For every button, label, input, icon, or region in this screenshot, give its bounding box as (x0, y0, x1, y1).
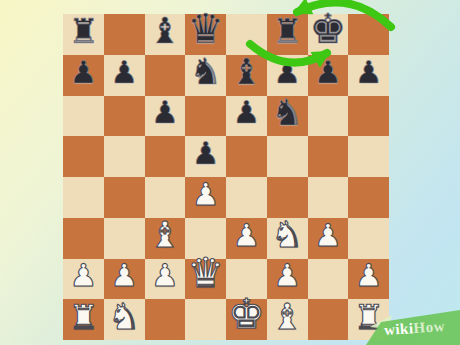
square-e1: ♚ (226, 299, 267, 340)
square-g8: ♚ (308, 14, 349, 55)
square-f8: ♜ (267, 14, 308, 55)
square-b3 (104, 218, 145, 259)
white-knight-f3: ♞ (271, 217, 303, 253)
black-bishop-c8: ♝ (149, 13, 181, 49)
square-h4 (348, 177, 389, 218)
square-a4 (63, 177, 104, 218)
square-d2: ♛ (185, 259, 226, 300)
square-c2: ♟ (145, 259, 186, 300)
square-b5 (104, 136, 145, 177)
square-c8: ♝ (145, 14, 186, 55)
square-a7: ♟ (63, 55, 104, 96)
black-pawn-e6: ♟ (232, 97, 260, 128)
square-h5 (348, 136, 389, 177)
white-bishop-f1: ♝ (271, 299, 303, 335)
square-d6 (185, 96, 226, 137)
square-c5 (145, 136, 186, 177)
square-f5 (267, 136, 308, 177)
white-pawn-f2: ♟ (273, 260, 301, 291)
white-pawn-e3: ♟ (232, 220, 260, 251)
black-rook-a8: ♜ (68, 14, 98, 48)
square-b7: ♟ (104, 55, 145, 96)
square-a5 (63, 136, 104, 177)
wikihow-chess-illustration: ♜♝♛♜♚♟♟♞♝♟♟♟♟♟♞♟♟♝♟♞♟♟♟♟♛♟♟♜♞♚♝♜ wikiHow (0, 0, 460, 345)
square-f6: ♞ (267, 96, 308, 137)
black-pawn-h7: ♟ (355, 57, 383, 88)
square-a8: ♜ (63, 14, 104, 55)
square-g6 (308, 96, 349, 137)
square-c1 (145, 299, 186, 340)
wikihow-logo-how: How (413, 318, 446, 336)
square-a6 (63, 96, 104, 137)
wikihow-watermark: wikiHow (340, 295, 460, 345)
square-d8: ♛ (185, 14, 226, 55)
square-b2: ♟ (104, 259, 145, 300)
square-c4 (145, 177, 186, 218)
square-h3 (348, 218, 389, 259)
black-pawn-c6: ♟ (151, 97, 179, 128)
square-b8 (104, 14, 145, 55)
square-f2: ♟ (267, 259, 308, 300)
black-pawn-b7: ♟ (110, 57, 138, 88)
square-e5 (226, 136, 267, 177)
square-f7: ♟ (267, 55, 308, 96)
black-queen-d8: ♛ (187, 9, 224, 50)
square-e3: ♟ (226, 218, 267, 259)
white-pawn-h2: ♟ (355, 260, 383, 291)
square-d1 (185, 299, 226, 340)
black-knight-f6: ♞ (271, 95, 303, 131)
white-queen-d2: ♛ (187, 253, 224, 294)
white-knight-b1: ♞ (108, 299, 140, 335)
square-e4 (226, 177, 267, 218)
square-f1: ♝ (267, 299, 308, 340)
black-pawn-g7: ♟ (314, 57, 342, 88)
square-d5: ♟ (185, 136, 226, 177)
square-h6 (348, 96, 389, 137)
square-e6: ♟ (226, 96, 267, 137)
square-h2: ♟ (348, 259, 389, 300)
white-pawn-d4: ♟ (192, 179, 220, 210)
square-c7 (145, 55, 186, 96)
white-pawn-a2: ♟ (69, 260, 97, 291)
chess-board: ♜♝♛♜♚♟♟♞♝♟♟♟♟♟♞♟♟♝♟♞♟♟♟♟♛♟♟♜♞♚♝♜ (63, 14, 389, 340)
square-b6 (104, 96, 145, 137)
square-g2 (308, 259, 349, 300)
square-c6: ♟ (145, 96, 186, 137)
black-king-g8: ♚ (309, 9, 346, 50)
square-f4 (267, 177, 308, 218)
square-e2 (226, 259, 267, 300)
square-d4: ♟ (185, 177, 226, 218)
white-pawn-b2: ♟ (110, 260, 138, 291)
square-g5 (308, 136, 349, 177)
black-pawn-f7: ♟ (273, 57, 301, 88)
square-a1: ♜ (63, 299, 104, 340)
white-pawn-c2: ♟ (151, 260, 179, 291)
square-e8 (226, 14, 267, 55)
white-rook-a1: ♜ (68, 300, 98, 334)
white-pawn-g3: ♟ (314, 220, 342, 251)
square-d3 (185, 218, 226, 259)
wikihow-logo-wiki: wiki (383, 320, 414, 338)
black-rook-f8: ♜ (272, 14, 302, 48)
square-e7: ♝ (226, 55, 267, 96)
square-f3: ♞ (267, 218, 308, 259)
square-a2: ♟ (63, 259, 104, 300)
square-c3: ♝ (145, 218, 186, 259)
square-g7: ♟ (308, 55, 349, 96)
square-b1: ♞ (104, 299, 145, 340)
black-pawn-d5: ♟ (192, 138, 220, 169)
white-bishop-c3: ♝ (149, 217, 181, 253)
square-a3 (63, 218, 104, 259)
black-bishop-e7: ♝ (230, 54, 262, 90)
white-king-e1: ♚ (228, 294, 265, 335)
square-g4 (308, 177, 349, 218)
square-g3: ♟ (308, 218, 349, 259)
square-h8 (348, 14, 389, 55)
black-pawn-a7: ♟ (69, 57, 97, 88)
square-b4 (104, 177, 145, 218)
square-h7: ♟ (348, 55, 389, 96)
square-d7: ♞ (185, 55, 226, 96)
black-knight-d7: ♞ (189, 54, 221, 90)
